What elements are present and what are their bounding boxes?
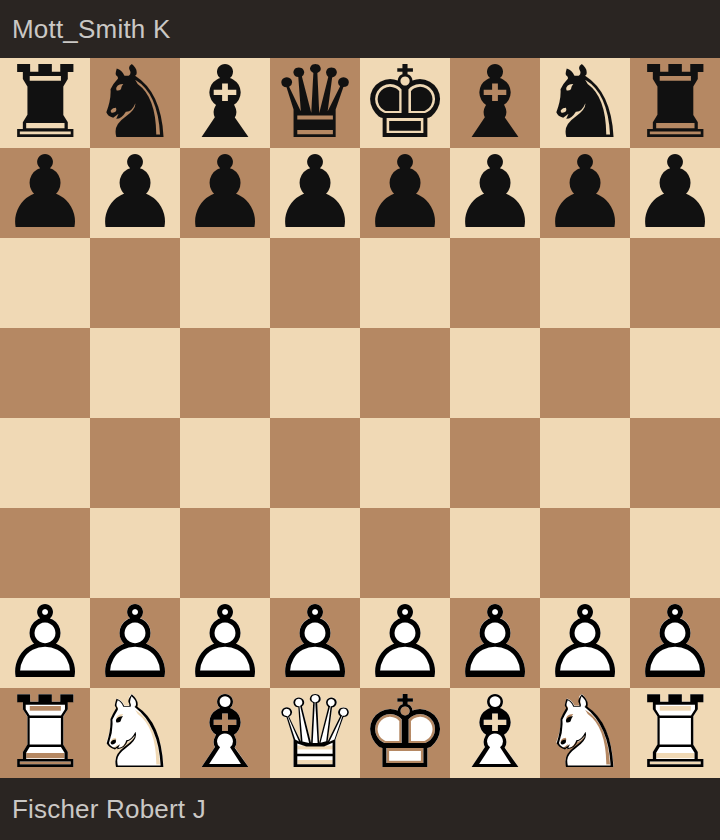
white-piece-outline: ♖ xyxy=(630,688,720,778)
piece-white-queen[interactable]: ♛♕ xyxy=(270,688,360,778)
piece-white-bishop[interactable]: ♝♗ xyxy=(450,688,540,778)
piece-white-bishop[interactable]: ♝♗ xyxy=(180,688,270,778)
square-b4[interactable] xyxy=(90,418,180,508)
black-piece-glyph: ♟ xyxy=(0,148,90,238)
piece-white-rook[interactable]: ♜♖ xyxy=(630,688,720,778)
white-player-name: Fischer Robert J xyxy=(12,794,206,825)
square-d1[interactable]: ♛♕ xyxy=(270,688,360,778)
square-b7[interactable]: ♟ xyxy=(90,148,180,238)
square-f4[interactable] xyxy=(450,418,540,508)
piece-black-pawn[interactable]: ♟ xyxy=(0,148,90,238)
square-f1[interactable]: ♝♗ xyxy=(450,688,540,778)
square-b1[interactable]: ♞♘ xyxy=(90,688,180,778)
black-piece-glyph: ♟ xyxy=(90,148,180,238)
chess-app: Mott_Smith K ♜♞♝♛♚♝♞♜♟♟♟♟♟♟♟♟♟♙♟♙♟♙♟♙♟♙♟… xyxy=(0,0,720,840)
square-f5[interactable] xyxy=(450,328,540,418)
square-a4[interactable] xyxy=(0,418,90,508)
black-piece-glyph: ♟ xyxy=(540,148,630,238)
square-g6[interactable] xyxy=(540,238,630,328)
piece-black-pawn[interactable]: ♟ xyxy=(270,148,360,238)
white-piece-outline: ♘ xyxy=(90,688,180,778)
piece-white-knight[interactable]: ♞♘ xyxy=(540,688,630,778)
white-piece-outline: ♔ xyxy=(360,688,450,778)
piece-white-rook[interactable]: ♜♖ xyxy=(0,688,90,778)
square-e6[interactable] xyxy=(360,238,450,328)
square-c5[interactable] xyxy=(180,328,270,418)
black-piece-glyph: ♟ xyxy=(360,148,450,238)
piece-white-king[interactable]: ♚♔ xyxy=(360,688,450,778)
square-a5[interactable] xyxy=(0,328,90,418)
square-e5[interactable] xyxy=(360,328,450,418)
piece-black-pawn[interactable]: ♟ xyxy=(450,148,540,238)
piece-black-pawn[interactable]: ♟ xyxy=(540,148,630,238)
chess-board: ♜♞♝♛♚♝♞♜♟♟♟♟♟♟♟♟♟♙♟♙♟♙♟♙♟♙♟♙♟♙♟♙♜♖♞♘♝♗♛♕… xyxy=(0,58,720,778)
square-c6[interactable] xyxy=(180,238,270,328)
black-piece-glyph: ♟ xyxy=(630,148,720,238)
square-g4[interactable] xyxy=(540,418,630,508)
piece-black-pawn[interactable]: ♟ xyxy=(630,148,720,238)
square-a7[interactable]: ♟ xyxy=(0,148,90,238)
white-piece-outline: ♘ xyxy=(540,688,630,778)
square-e7[interactable]: ♟ xyxy=(360,148,450,238)
square-f6[interactable] xyxy=(450,238,540,328)
square-d6[interactable] xyxy=(270,238,360,328)
square-d5[interactable] xyxy=(270,328,360,418)
square-h5[interactable] xyxy=(630,328,720,418)
square-e1[interactable]: ♚♔ xyxy=(360,688,450,778)
white-piece-outline: ♗ xyxy=(450,688,540,778)
square-g5[interactable] xyxy=(540,328,630,418)
square-c4[interactable] xyxy=(180,418,270,508)
square-g1[interactable]: ♞♘ xyxy=(540,688,630,778)
square-b5[interactable] xyxy=(90,328,180,418)
square-h1[interactable]: ♜♖ xyxy=(630,688,720,778)
white-piece-outline: ♗ xyxy=(180,688,270,778)
square-f7[interactable]: ♟ xyxy=(450,148,540,238)
square-h7[interactable]: ♟ xyxy=(630,148,720,238)
square-h4[interactable] xyxy=(630,418,720,508)
white-piece-outline: ♕ xyxy=(270,688,360,778)
square-g7[interactable]: ♟ xyxy=(540,148,630,238)
black-piece-glyph: ♟ xyxy=(450,148,540,238)
square-a6[interactable] xyxy=(0,238,90,328)
black-player-name: Mott_Smith K xyxy=(12,14,170,45)
piece-black-pawn[interactable]: ♟ xyxy=(360,148,450,238)
piece-white-knight[interactable]: ♞♘ xyxy=(90,688,180,778)
square-d4[interactable] xyxy=(270,418,360,508)
square-a1[interactable]: ♜♖ xyxy=(0,688,90,778)
square-c7[interactable]: ♟ xyxy=(180,148,270,238)
square-e4[interactable] xyxy=(360,418,450,508)
piece-black-pawn[interactable]: ♟ xyxy=(90,148,180,238)
piece-black-pawn[interactable]: ♟ xyxy=(180,148,270,238)
black-piece-glyph: ♟ xyxy=(270,148,360,238)
square-d7[interactable]: ♟ xyxy=(270,148,360,238)
black-piece-glyph: ♟ xyxy=(180,148,270,238)
white-piece-outline: ♖ xyxy=(0,688,90,778)
square-b6[interactable] xyxy=(90,238,180,328)
square-c1[interactable]: ♝♗ xyxy=(180,688,270,778)
square-h6[interactable] xyxy=(630,238,720,328)
